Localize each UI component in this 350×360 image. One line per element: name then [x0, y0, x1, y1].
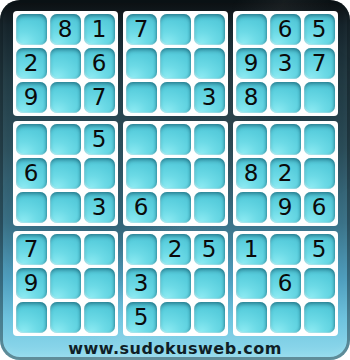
cell-r1c7[interactable] — [236, 14, 267, 45]
cell-r3c2[interactable] — [50, 82, 81, 113]
cell-r4c3[interactable]: 5 — [84, 124, 115, 155]
cell-r7c1[interactable]: 7 — [16, 234, 47, 265]
cell-r9c2[interactable] — [50, 302, 81, 333]
cell-r2c5[interactable] — [160, 48, 191, 79]
cell-r7c8[interactable] — [270, 234, 301, 265]
cell-r5c1[interactable]: 6 — [16, 158, 47, 189]
cell-r8c6[interactable] — [194, 268, 225, 299]
cell-r4c1[interactable] — [16, 124, 47, 155]
cell-r4c4[interactable] — [126, 124, 157, 155]
cell-r4c7[interactable] — [236, 124, 267, 155]
cell-r6c3[interactable]: 3 — [84, 192, 115, 223]
cell-r6c7[interactable] — [236, 192, 267, 223]
cell-r1c6[interactable] — [194, 14, 225, 45]
cell-r5c6[interactable] — [194, 158, 225, 189]
cell-r7c3[interactable] — [84, 234, 115, 265]
cell-r3c9[interactable] — [304, 82, 335, 113]
cell-r3c7[interactable]: 8 — [236, 82, 267, 113]
cell-r8c3[interactable] — [84, 268, 115, 299]
cell-r1c3[interactable]: 1 — [84, 14, 115, 45]
cell-r4c2[interactable] — [50, 124, 81, 155]
cell-r9c7[interactable] — [236, 302, 267, 333]
cell-r4c5[interactable] — [160, 124, 191, 155]
cell-r2c8[interactable]: 3 — [270, 48, 301, 79]
sudoku-widget: 8126977365937856368296792535156 www.sudo… — [0, 0, 350, 360]
cell-r9c1[interactable] — [16, 302, 47, 333]
cell-r3c3[interactable]: 7 — [84, 82, 115, 113]
sudoku-frame: 8126977365937856368296792535156 www.sudo… — [0, 0, 350, 360]
cell-r1c9[interactable]: 5 — [304, 14, 335, 45]
cell-r7c9[interactable]: 5 — [304, 234, 335, 265]
cell-r2c4[interactable] — [126, 48, 157, 79]
cell-r3c1[interactable]: 9 — [16, 82, 47, 113]
cell-r5c8[interactable]: 2 — [270, 158, 301, 189]
site-url[interactable]: www.sudokusweb.com — [12, 336, 338, 360]
cell-r1c1[interactable] — [16, 14, 47, 45]
box-r3c3: 156 — [233, 231, 338, 336]
cell-r2c2[interactable] — [50, 48, 81, 79]
cell-r2c1[interactable]: 2 — [16, 48, 47, 79]
cell-r3c6[interactable]: 3 — [194, 82, 225, 113]
cell-r4c6[interactable] — [194, 124, 225, 155]
cell-r8c5[interactable] — [160, 268, 191, 299]
cell-r5c9[interactable] — [304, 158, 335, 189]
cell-r3c5[interactable] — [160, 82, 191, 113]
cell-r8c1[interactable]: 9 — [16, 268, 47, 299]
box-r1c3: 659378 — [233, 11, 338, 116]
cell-r6c9[interactable]: 6 — [304, 192, 335, 223]
cell-r5c5[interactable] — [160, 158, 191, 189]
cell-r6c1[interactable] — [16, 192, 47, 223]
cell-r6c2[interactable] — [50, 192, 81, 223]
cell-r8c7[interactable] — [236, 268, 267, 299]
box-r1c2: 73 — [123, 11, 228, 116]
cell-r8c8[interactable]: 6 — [270, 268, 301, 299]
cell-r8c9[interactable] — [304, 268, 335, 299]
cell-r8c4[interactable]: 3 — [126, 268, 157, 299]
cell-r7c4[interactable] — [126, 234, 157, 265]
box-r2c3: 8296 — [233, 121, 338, 226]
box-r3c1: 79 — [13, 231, 118, 336]
box-r3c2: 2535 — [123, 231, 228, 336]
cell-r2c9[interactable]: 7 — [304, 48, 335, 79]
cell-r7c2[interactable] — [50, 234, 81, 265]
cell-r2c3[interactable]: 6 — [84, 48, 115, 79]
cell-r6c6[interactable] — [194, 192, 225, 223]
box-r1c1: 812697 — [13, 11, 118, 116]
cell-r9c9[interactable] — [304, 302, 335, 333]
cell-r9c5[interactable] — [160, 302, 191, 333]
cell-r9c4[interactable]: 5 — [126, 302, 157, 333]
cell-r1c4[interactable]: 7 — [126, 14, 157, 45]
cell-r2c7[interactable]: 9 — [236, 48, 267, 79]
cell-r1c8[interactable]: 6 — [270, 14, 301, 45]
cell-r3c4[interactable] — [126, 82, 157, 113]
cell-r5c4[interactable] — [126, 158, 157, 189]
box-r2c1: 563 — [13, 121, 118, 226]
cell-r6c5[interactable] — [160, 192, 191, 223]
cell-r5c3[interactable] — [84, 158, 115, 189]
cell-r9c8[interactable] — [270, 302, 301, 333]
cell-r6c4[interactable]: 6 — [126, 192, 157, 223]
cell-r9c3[interactable] — [84, 302, 115, 333]
sudoku-board: 8126977365937856368296792535156 — [13, 11, 338, 336]
cell-r5c7[interactable]: 8 — [236, 158, 267, 189]
cell-r1c2[interactable]: 8 — [50, 14, 81, 45]
cell-r3c8[interactable] — [270, 82, 301, 113]
cell-r4c8[interactable] — [270, 124, 301, 155]
box-r2c2: 6 — [123, 121, 228, 226]
cell-r7c5[interactable]: 2 — [160, 234, 191, 265]
cell-r2c6[interactable] — [194, 48, 225, 79]
cell-r8c2[interactable] — [50, 268, 81, 299]
cell-r1c5[interactable] — [160, 14, 191, 45]
cell-r5c2[interactable] — [50, 158, 81, 189]
cell-r7c6[interactable]: 5 — [194, 234, 225, 265]
cell-r7c7[interactable]: 1 — [236, 234, 267, 265]
cell-r9c6[interactable] — [194, 302, 225, 333]
cell-r4c9[interactable] — [304, 124, 335, 155]
cell-r6c8[interactable]: 9 — [270, 192, 301, 223]
